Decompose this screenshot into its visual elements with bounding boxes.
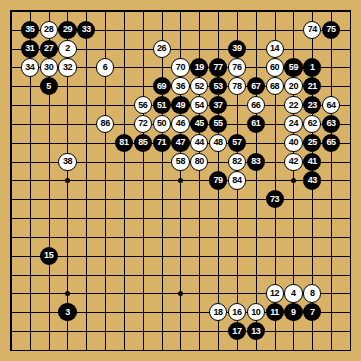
- stone-white-28[interactable]: 28: [40, 21, 58, 39]
- stone-black-3[interactable]: 3: [58, 303, 76, 321]
- stone-white-14[interactable]: 14: [266, 40, 284, 58]
- stones-layer: 1234567891011121314151617181920212223242…: [2, 2, 360, 360]
- stone-white-56[interactable]: 56: [134, 96, 152, 114]
- stone-black-55[interactable]: 55: [209, 115, 227, 133]
- stone-white-30[interactable]: 30: [40, 58, 58, 76]
- stone-black-43[interactable]: 43: [303, 171, 321, 189]
- stone-white-60[interactable]: 60: [266, 58, 284, 76]
- stone-white-84[interactable]: 84: [228, 171, 246, 189]
- stone-black-61[interactable]: 61: [247, 115, 265, 133]
- go-board[interactable]: 1234567891011121314151617181920212223242…: [0, 0, 361, 361]
- stone-black-77[interactable]: 77: [209, 58, 227, 76]
- stone-black-63[interactable]: 63: [322, 115, 340, 133]
- stone-black-23[interactable]: 23: [303, 96, 321, 114]
- stone-black-45[interactable]: 45: [190, 115, 208, 133]
- stone-white-80[interactable]: 80: [190, 153, 208, 171]
- stone-black-35[interactable]: 35: [21, 21, 39, 39]
- stone-white-8[interactable]: 8: [303, 284, 321, 302]
- stone-black-57[interactable]: 57: [228, 134, 246, 152]
- stone-white-48[interactable]: 48: [209, 134, 227, 152]
- stone-white-42[interactable]: 42: [284, 153, 302, 171]
- stone-white-44[interactable]: 44: [190, 134, 208, 152]
- stone-white-6[interactable]: 6: [96, 58, 114, 76]
- stone-black-83[interactable]: 83: [247, 153, 265, 171]
- stone-white-62[interactable]: 62: [303, 115, 321, 133]
- stone-white-40[interactable]: 40: [284, 134, 302, 152]
- stone-black-21[interactable]: 21: [303, 77, 321, 95]
- stone-black-13[interactable]: 13: [247, 322, 265, 340]
- stone-black-81[interactable]: 81: [115, 134, 133, 152]
- stone-white-10[interactable]: 10: [247, 303, 265, 321]
- stone-black-39[interactable]: 39: [228, 40, 246, 58]
- stone-black-69[interactable]: 69: [153, 77, 171, 95]
- stone-black-29[interactable]: 29: [58, 21, 76, 39]
- stone-white-4[interactable]: 4: [284, 284, 302, 302]
- stone-black-73[interactable]: 73: [266, 190, 284, 208]
- stone-black-11[interactable]: 11: [266, 303, 284, 321]
- stone-black-67[interactable]: 67: [247, 77, 265, 95]
- stone-black-5[interactable]: 5: [40, 77, 58, 95]
- stone-black-51[interactable]: 51: [153, 96, 171, 114]
- screenshot-frame: 1234567891011121314151617181920212223242…: [0, 0, 361, 361]
- stone-black-17[interactable]: 17: [228, 322, 246, 340]
- stone-black-53[interactable]: 53: [209, 77, 227, 95]
- stone-white-64[interactable]: 64: [322, 96, 340, 114]
- stone-black-25[interactable]: 25: [303, 134, 321, 152]
- stone-black-9[interactable]: 9: [284, 303, 302, 321]
- stone-black-1[interactable]: 1: [303, 58, 321, 76]
- stone-white-86[interactable]: 86: [96, 115, 114, 133]
- stone-black-7[interactable]: 7: [303, 303, 321, 321]
- stone-white-26[interactable]: 26: [153, 40, 171, 58]
- stone-white-58[interactable]: 58: [171, 153, 189, 171]
- stone-white-12[interactable]: 12: [266, 284, 284, 302]
- stone-white-74[interactable]: 74: [303, 21, 321, 39]
- stone-black-85[interactable]: 85: [134, 134, 152, 152]
- stone-white-76[interactable]: 76: [228, 58, 246, 76]
- stone-black-71[interactable]: 71: [153, 134, 171, 152]
- stone-white-34[interactable]: 34: [21, 58, 39, 76]
- stone-white-82[interactable]: 82: [228, 153, 246, 171]
- stone-black-65[interactable]: 65: [322, 134, 340, 152]
- stone-black-19[interactable]: 19: [190, 58, 208, 76]
- stone-white-54[interactable]: 54: [190, 96, 208, 114]
- stone-black-15[interactable]: 15: [40, 247, 58, 265]
- stone-white-18[interactable]: 18: [209, 303, 227, 321]
- stone-black-47[interactable]: 47: [171, 134, 189, 152]
- stone-white-24[interactable]: 24: [284, 115, 302, 133]
- stone-white-78[interactable]: 78: [228, 77, 246, 95]
- stone-black-79[interactable]: 79: [209, 171, 227, 189]
- stone-black-59[interactable]: 59: [284, 58, 302, 76]
- stone-white-38[interactable]: 38: [58, 153, 76, 171]
- stone-black-31[interactable]: 31: [21, 40, 39, 58]
- stone-white-50[interactable]: 50: [153, 115, 171, 133]
- stone-white-72[interactable]: 72: [134, 115, 152, 133]
- stone-white-36[interactable]: 36: [171, 77, 189, 95]
- stone-black-75[interactable]: 75: [322, 21, 340, 39]
- stone-white-2[interactable]: 2: [58, 40, 76, 58]
- stone-black-33[interactable]: 33: [77, 21, 95, 39]
- stone-black-41[interactable]: 41: [303, 153, 321, 171]
- stone-white-46[interactable]: 46: [171, 115, 189, 133]
- stone-white-32[interactable]: 32: [58, 58, 76, 76]
- stone-white-52[interactable]: 52: [190, 77, 208, 95]
- stone-black-27[interactable]: 27: [40, 40, 58, 58]
- stone-white-22[interactable]: 22: [284, 96, 302, 114]
- stone-black-37[interactable]: 37: [209, 96, 227, 114]
- stone-white-68[interactable]: 68: [266, 77, 284, 95]
- stone-black-49[interactable]: 49: [171, 96, 189, 114]
- stone-white-66[interactable]: 66: [247, 96, 265, 114]
- stone-white-70[interactable]: 70: [171, 58, 189, 76]
- stone-white-20[interactable]: 20: [284, 77, 302, 95]
- stone-white-16[interactable]: 16: [228, 303, 246, 321]
